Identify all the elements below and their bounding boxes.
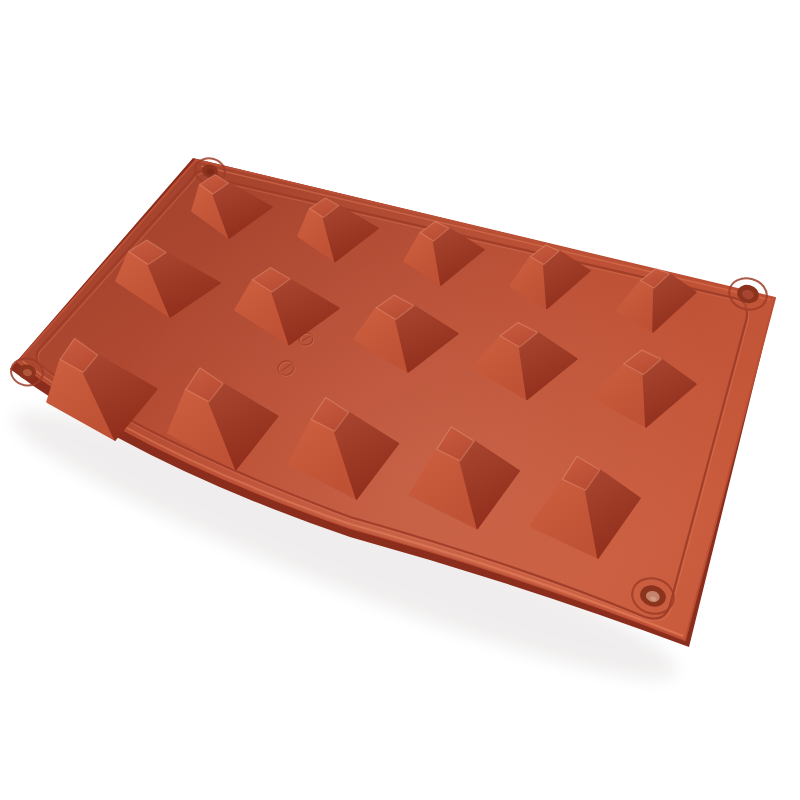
product-photo [0,0,800,800]
silicone-mold-photo [0,0,800,800]
photo-stage [0,0,800,800]
